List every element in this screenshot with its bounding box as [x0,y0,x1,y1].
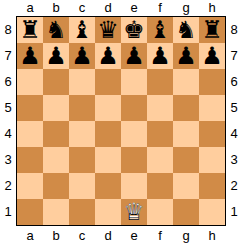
file-label-d: d [95,0,121,16]
square-b7[interactable]: ♟ [43,43,69,69]
rank-label-2: 2 [226,173,242,199]
square-f8[interactable]: ♝ [147,17,173,43]
piece-black-pawn: ♟ [121,43,147,69]
square-d7[interactable]: ♟ [95,43,121,69]
square-h4[interactable] [199,121,225,147]
square-d8[interactable]: ♛ [95,17,121,43]
square-d4[interactable] [95,121,121,147]
rank-label-8: 8 [0,17,16,43]
square-c3[interactable] [69,147,95,173]
square-a3[interactable] [17,147,43,173]
piece-white-queen: ♛♕ [121,199,147,225]
piece-black-pawn: ♟ [95,43,121,69]
piece-black-pawn: ♟ [147,43,173,69]
file-label-b: b [43,0,69,16]
square-f1[interactable] [147,199,173,225]
square-a8[interactable]: ♜ [17,17,43,43]
piece-black-pawn: ♟ [17,43,43,69]
square-h8[interactable]: ♜ [199,17,225,43]
file-label-h: h [199,0,225,16]
file-label-e: e [121,0,147,16]
rank-label-7: 7 [0,43,16,69]
square-d2[interactable] [95,173,121,199]
square-b3[interactable] [43,147,69,173]
square-h3[interactable] [199,147,225,173]
rank-label-5: 5 [0,95,16,121]
rank-labels-left: 8 7 6 5 4 3 2 1 [0,16,16,226]
square-d3[interactable] [95,147,121,173]
file-label-g: g [173,228,199,244]
piece-black-pawn: ♟ [43,43,69,69]
file-label-a: a [17,228,43,244]
piece-black-knight: ♞ [173,17,199,43]
piece-black-bishop: ♝ [147,17,173,43]
square-f5[interactable] [147,95,173,121]
piece-black-pawn: ♟ [199,43,225,69]
square-f3[interactable] [147,147,173,173]
rank-label-5: 5 [226,95,242,121]
file-label-f: f [147,0,173,16]
rank-label-4: 4 [226,121,242,147]
square-e8[interactable]: ♚ [121,17,147,43]
square-b4[interactable] [43,121,69,147]
piece-black-pawn: ♟ [69,43,95,69]
square-e6[interactable] [121,69,147,95]
square-g4[interactable] [173,121,199,147]
square-a5[interactable] [17,95,43,121]
square-d1[interactable] [95,199,121,225]
piece-black-bishop: ♝ [69,17,95,43]
square-g7[interactable]: ♟ [173,43,199,69]
square-c7[interactable]: ♟ [69,43,95,69]
square-b1[interactable] [43,199,69,225]
piece-black-knight: ♞ [43,17,69,43]
square-g1[interactable] [173,199,199,225]
square-c5[interactable] [69,95,95,121]
square-e4[interactable] [121,121,147,147]
chess-diagram: a b c d e f g h 8 7 6 5 4 3 2 1 ♜♞♝♛♚♝♞♜… [0,0,242,246]
square-e2[interactable] [121,173,147,199]
square-a7[interactable]: ♟ [17,43,43,69]
rank-label-3: 3 [226,147,242,173]
file-label-d: d [95,228,121,244]
square-a2[interactable] [17,173,43,199]
square-f2[interactable] [147,173,173,199]
square-a1[interactable] [17,199,43,225]
square-c6[interactable] [69,69,95,95]
square-f7[interactable]: ♟ [147,43,173,69]
rank-labels-right: 8 7 6 5 4 3 2 1 [226,16,242,226]
square-h5[interactable] [199,95,225,121]
square-b5[interactable] [43,95,69,121]
rank-label-1: 1 [226,199,242,225]
rank-label-1: 1 [0,199,16,225]
file-label-c: c [69,228,95,244]
rank-label-8: 8 [226,17,242,43]
square-e5[interactable] [121,95,147,121]
square-g5[interactable] [173,95,199,121]
rank-label-6: 6 [0,69,16,95]
square-g6[interactable] [173,69,199,95]
rank-label-6: 6 [226,69,242,95]
square-d6[interactable] [95,69,121,95]
rank-label-4: 4 [0,121,16,147]
file-label-g: g [173,0,199,16]
square-c2[interactable] [69,173,95,199]
square-d5[interactable] [95,95,121,121]
square-h2[interactable] [199,173,225,199]
square-h1[interactable] [199,199,225,225]
square-h6[interactable] [199,69,225,95]
square-b8[interactable]: ♞ [43,17,69,43]
square-g8[interactable]: ♞ [173,17,199,43]
square-a4[interactable] [17,121,43,147]
square-f6[interactable] [147,69,173,95]
file-label-e: e [121,228,147,244]
piece-black-king: ♚ [121,17,147,43]
rank-label-2: 2 [0,173,16,199]
chess-board: ♜♞♝♛♚♝♞♜♟♟♟♟♟♟♟♟♛♕ [16,16,226,226]
square-c4[interactable] [69,121,95,147]
square-c8[interactable]: ♝ [69,17,95,43]
file-label-c: c [69,0,95,16]
file-label-h: h [199,228,225,244]
square-e7[interactable]: ♟ [121,43,147,69]
square-b2[interactable] [43,173,69,199]
file-label-b: b [43,228,69,244]
rank-label-3: 3 [0,147,16,173]
square-b6[interactable] [43,69,69,95]
square-a6[interactable] [17,69,43,95]
piece-black-rook: ♜ [17,17,43,43]
piece-black-pawn: ♟ [173,43,199,69]
square-e3[interactable] [121,147,147,173]
file-labels-bottom: a b c d e f g h [0,226,242,246]
square-h7[interactable]: ♟ [199,43,225,69]
file-label-a: a [17,0,43,16]
piece-black-rook: ♜ [199,17,225,43]
file-labels-top: a b c d e f g h [0,0,242,16]
square-c1[interactable] [69,199,95,225]
square-g3[interactable] [173,147,199,173]
square-g2[interactable] [173,173,199,199]
square-e1[interactable]: ♛♕ [121,199,147,225]
piece-black-queen: ♛ [95,17,121,43]
square-f4[interactable] [147,121,173,147]
rank-label-7: 7 [226,43,242,69]
file-label-f: f [147,228,173,244]
